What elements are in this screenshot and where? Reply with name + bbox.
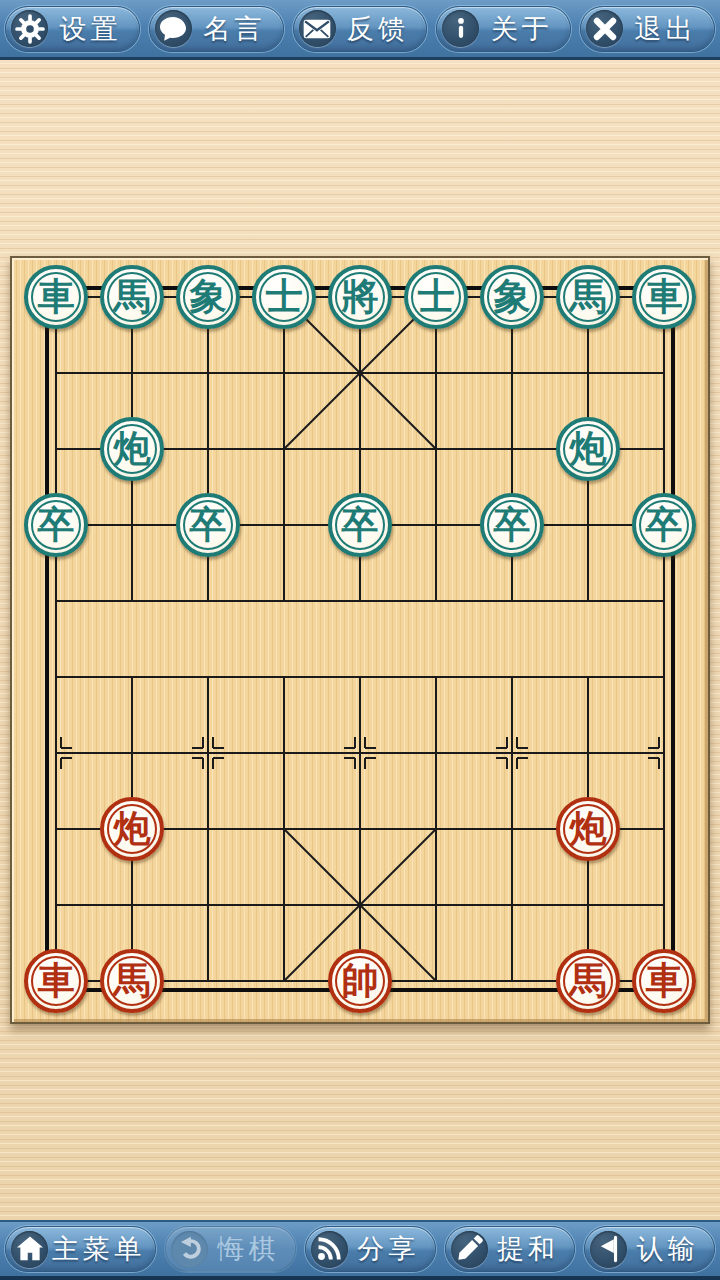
piece-red-cannon[interactable]: 炮 [556,797,620,861]
button-label: 反馈 [340,11,417,47]
piece-character: 卒 [190,506,227,543]
button-label: 关于 [483,11,560,47]
share-signal-icon [311,1231,348,1268]
info-icon [442,10,479,47]
piece-red-horse[interactable]: 馬 [556,949,620,1013]
share-button[interactable]: 分享 [305,1226,436,1272]
piece-character: 卒 [494,506,531,543]
piece-character: 卒 [646,506,683,543]
piece-black-elephant[interactable]: 象 [480,265,544,329]
pencil-icon [451,1231,488,1268]
piece-black-soldier[interactable]: 卒 [328,493,392,557]
exit-button[interactable]: 退出 [580,6,715,52]
piece-character: 炮 [114,430,151,467]
piece-character: 馬 [114,962,151,999]
piece-character: 象 [190,278,227,315]
close-icon [586,10,623,47]
piece-black-elephant[interactable]: 象 [176,265,240,329]
piece-red-cannon[interactable]: 炮 [100,797,164,861]
piece-red-chariot[interactable]: 車 [24,949,88,1013]
piece-character: 士 [418,278,455,315]
piece-red-general[interactable]: 帥 [328,949,392,1013]
piece-black-horse[interactable]: 馬 [100,265,164,329]
piece-character: 炮 [570,810,607,847]
piece-black-soldier[interactable]: 卒 [480,493,544,557]
button-label: 分享 [352,1231,425,1267]
piece-character: 卒 [38,506,75,543]
piece-character: 馬 [570,278,607,315]
piece-character: 車 [38,278,75,315]
piece-red-horse[interactable]: 馬 [100,949,164,1013]
piece-character: 馬 [114,278,151,315]
undo-move-button: 悔棋 [165,1226,296,1272]
piece-character: 將 [342,278,379,315]
piece-character: 車 [646,962,683,999]
piece-character: 車 [38,962,75,999]
feedback-button[interactable]: 反馈 [293,6,428,52]
piece-black-general[interactable]: 將 [328,265,392,329]
speech-bubble-icon [155,10,192,47]
button-label: 悔棋 [212,1231,285,1267]
piece-black-chariot[interactable]: 車 [632,265,696,329]
button-label: 认输 [631,1231,704,1267]
button-label: 退出 [627,11,704,47]
piece-black-advisor[interactable]: 士 [404,265,468,329]
piece-character: 馬 [570,962,607,999]
gear-icon [11,10,48,47]
piece-character: 象 [494,278,531,315]
settings-button[interactable]: 设置 [5,6,140,52]
home-icon [11,1231,48,1268]
piece-character: 卒 [342,506,379,543]
flag-icon [590,1231,627,1268]
button-label: 主菜单 [52,1231,145,1267]
quotes-button[interactable]: 名言 [149,6,284,52]
piece-black-soldier[interactable]: 卒 [632,493,696,557]
xiangqi-board: 車馬象士將士象馬車炮炮卒卒卒卒卒炮炮車馬帥馬車 [10,256,710,1024]
piece-black-advisor[interactable]: 士 [252,265,316,329]
pieces-layer: 車馬象士將士象馬車炮炮卒卒卒卒卒炮炮車馬帥馬車 [12,258,708,1022]
main-menu-button[interactable]: 主菜单 [5,1226,156,1272]
button-label: 提和 [492,1231,565,1267]
piece-character: 帥 [342,962,379,999]
piece-red-chariot[interactable]: 車 [632,949,696,1013]
piece-black-soldier[interactable]: 卒 [24,493,88,557]
offer-draw-button[interactable]: 提和 [445,1226,576,1272]
envelope-icon [299,10,336,47]
button-label: 名言 [196,11,273,47]
piece-black-chariot[interactable]: 車 [24,265,88,329]
button-label: 设置 [52,11,129,47]
resign-button[interactable]: 认输 [584,1226,715,1272]
piece-character: 車 [646,278,683,315]
top-toolbar: 设置名言反馈关于退出 [0,0,720,60]
piece-character: 士 [266,278,303,315]
piece-character: 炮 [114,810,151,847]
piece-black-cannon[interactable]: 炮 [556,417,620,481]
undo-icon [171,1231,208,1268]
bottom-toolbar: 主菜单悔棋分享提和认输 [0,1220,720,1280]
piece-character: 炮 [570,430,607,467]
piece-black-cannon[interactable]: 炮 [100,417,164,481]
app-screen: 设置名言反馈关于退出 車馬象士將士象馬車炮炮卒卒卒卒卒炮炮車馬帥馬車 主菜单悔棋… [0,0,720,1280]
piece-black-soldier[interactable]: 卒 [176,493,240,557]
piece-black-horse[interactable]: 馬 [556,265,620,329]
about-button[interactable]: 关于 [436,6,571,52]
